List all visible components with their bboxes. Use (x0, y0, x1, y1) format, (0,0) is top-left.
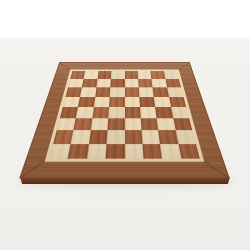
board-square (68, 144, 89, 159)
board-square (173, 118, 192, 130)
board-square (95, 87, 110, 96)
board-square (108, 118, 125, 130)
chess-board (19, 62, 230, 178)
board-square (111, 71, 125, 79)
board-square (164, 71, 179, 79)
board-square (97, 71, 111, 79)
board-square (82, 79, 97, 88)
board-square (140, 107, 157, 118)
board-square (171, 107, 189, 118)
board-square (76, 107, 94, 118)
board-front-edge (20, 177, 230, 184)
board-square (89, 130, 108, 144)
board-square (106, 144, 125, 159)
board-square (139, 97, 155, 107)
board-square (142, 144, 162, 159)
board-square (141, 130, 160, 144)
board-square (74, 118, 93, 130)
board-square (125, 79, 139, 88)
board-square (125, 144, 144, 159)
board-square (125, 130, 143, 144)
board-square (175, 130, 195, 144)
board-square (87, 144, 107, 159)
board-square (169, 97, 186, 107)
product-photo-scene (0, 0, 250, 250)
board-square (110, 79, 124, 88)
board-square (125, 71, 139, 79)
board-square (80, 87, 96, 96)
board-square (125, 97, 140, 107)
board-square (91, 118, 109, 130)
board-square (92, 107, 109, 118)
board-square (139, 87, 154, 96)
board-square (96, 79, 111, 88)
board-square (125, 87, 140, 96)
board-square (110, 87, 125, 96)
board-square (94, 97, 110, 107)
board-square (141, 118, 159, 130)
board-grid (49, 71, 200, 159)
board-square (167, 87, 184, 96)
board-square (78, 97, 95, 107)
board-square (84, 71, 99, 79)
board-square (138, 71, 152, 79)
board-square (71, 130, 91, 144)
board-square (178, 144, 200, 159)
board-square (108, 107, 124, 118)
board-square (125, 107, 141, 118)
board-square (138, 79, 153, 88)
board-square (107, 130, 125, 144)
board-square (109, 97, 124, 107)
board-square (125, 118, 142, 130)
board-square (165, 79, 181, 88)
